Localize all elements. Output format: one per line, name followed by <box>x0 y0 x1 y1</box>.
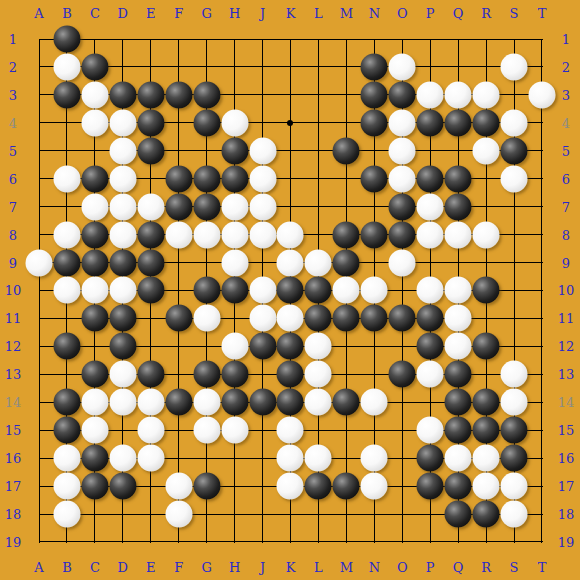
black-stone[interactable] <box>417 333 444 360</box>
black-stone[interactable] <box>193 277 220 304</box>
column-label-top: C <box>90 7 100 20</box>
grid-hline <box>39 541 543 542</box>
black-stone[interactable] <box>109 249 136 276</box>
white-stone[interactable] <box>109 137 136 164</box>
black-stone[interactable] <box>277 333 304 360</box>
white-stone[interactable] <box>221 249 248 276</box>
row-label-left: 18 <box>5 508 22 521</box>
white-stone[interactable] <box>277 221 304 248</box>
white-stone[interactable] <box>445 333 472 360</box>
white-stone[interactable] <box>361 445 388 472</box>
white-stone[interactable] <box>193 221 220 248</box>
black-stone[interactable] <box>81 361 108 388</box>
black-stone[interactable] <box>277 389 304 416</box>
white-stone[interactable] <box>445 305 472 332</box>
white-stone[interactable] <box>361 389 388 416</box>
column-label-bottom: L <box>314 561 323 574</box>
black-stone[interactable] <box>137 361 164 388</box>
white-stone[interactable] <box>501 53 528 80</box>
black-stone[interactable] <box>53 249 80 276</box>
white-stone[interactable] <box>81 389 108 416</box>
black-stone[interactable] <box>165 389 192 416</box>
white-stone[interactable] <box>389 53 416 80</box>
black-stone[interactable] <box>445 417 472 444</box>
white-stone[interactable] <box>249 193 276 220</box>
row-label-left: 11 <box>5 312 22 325</box>
black-stone[interactable] <box>81 165 108 192</box>
white-stone[interactable] <box>221 109 248 136</box>
column-label-top: G <box>201 7 211 20</box>
white-stone[interactable] <box>389 165 416 192</box>
column-label-bottom: D <box>118 561 128 574</box>
grid-vline <box>39 39 40 543</box>
column-label-top: L <box>314 7 323 20</box>
column-label-bottom: A <box>34 561 43 574</box>
white-stone[interactable] <box>109 193 136 220</box>
white-stone[interactable] <box>501 109 528 136</box>
black-stone[interactable] <box>193 109 220 136</box>
black-stone[interactable] <box>109 305 136 332</box>
column-label-bottom: E <box>146 561 156 574</box>
row-label-left: 4 <box>9 116 17 129</box>
black-stone[interactable] <box>501 417 528 444</box>
row-label-right: 15 <box>558 424 575 437</box>
row-label-left: 7 <box>9 200 17 213</box>
row-label-right: 13 <box>558 368 575 381</box>
white-stone[interactable] <box>81 277 108 304</box>
white-stone[interactable] <box>53 165 80 192</box>
black-stone[interactable] <box>473 277 500 304</box>
white-stone[interactable] <box>165 501 192 528</box>
black-stone[interactable] <box>389 305 416 332</box>
white-stone[interactable] <box>193 305 220 332</box>
row-label-right: 1 <box>562 33 570 46</box>
white-stone[interactable] <box>389 249 416 276</box>
row-label-left: 2 <box>9 60 17 73</box>
black-stone[interactable] <box>333 137 360 164</box>
black-stone[interactable] <box>417 445 444 472</box>
black-stone[interactable] <box>249 333 276 360</box>
black-stone[interactable] <box>165 165 192 192</box>
white-stone[interactable] <box>165 473 192 500</box>
white-stone[interactable] <box>473 137 500 164</box>
white-stone[interactable] <box>81 417 108 444</box>
black-stone[interactable] <box>445 389 472 416</box>
black-stone[interactable] <box>193 81 220 108</box>
white-stone[interactable] <box>361 277 388 304</box>
black-stone[interactable] <box>501 137 528 164</box>
row-label-right: 8 <box>562 228 570 241</box>
white-stone[interactable] <box>109 361 136 388</box>
black-stone[interactable] <box>361 305 388 332</box>
white-stone[interactable] <box>501 473 528 500</box>
grid-hline <box>39 66 543 67</box>
black-stone[interactable] <box>473 501 500 528</box>
white-stone[interactable] <box>221 193 248 220</box>
black-stone[interactable] <box>361 81 388 108</box>
grid-vline <box>541 39 542 543</box>
column-label-bottom: R <box>481 561 491 574</box>
white-stone[interactable] <box>137 389 164 416</box>
white-stone[interactable] <box>53 445 80 472</box>
white-stone[interactable] <box>53 473 80 500</box>
black-stone[interactable] <box>137 277 164 304</box>
white-stone[interactable] <box>305 333 332 360</box>
row-label-right: 7 <box>562 200 570 213</box>
black-stone[interactable] <box>305 473 332 500</box>
column-label-top: S <box>510 7 519 20</box>
column-label-bottom: Q <box>453 561 464 574</box>
white-stone[interactable] <box>81 81 108 108</box>
white-stone[interactable] <box>26 249 53 276</box>
row-label-left: 13 <box>5 368 22 381</box>
row-label-right: 9 <box>562 256 570 269</box>
column-label-bottom: N <box>369 561 380 574</box>
column-label-top: A <box>34 7 43 20</box>
black-stone[interactable] <box>81 305 108 332</box>
white-stone[interactable] <box>417 221 444 248</box>
star-point <box>287 120 293 126</box>
black-stone[interactable] <box>193 361 220 388</box>
black-stone[interactable] <box>53 26 80 53</box>
white-stone[interactable] <box>277 305 304 332</box>
black-stone[interactable] <box>417 165 444 192</box>
black-stone[interactable] <box>445 193 472 220</box>
column-label-top: D <box>118 7 128 20</box>
white-stone[interactable] <box>417 193 444 220</box>
black-stone[interactable] <box>501 445 528 472</box>
column-label-bottom: H <box>229 561 240 574</box>
black-stone[interactable] <box>109 473 136 500</box>
row-label-right: 19 <box>558 535 575 548</box>
white-stone[interactable] <box>193 389 220 416</box>
black-stone[interactable] <box>389 361 416 388</box>
row-label-right: 17 <box>558 480 575 493</box>
black-stone[interactable] <box>333 249 360 276</box>
column-label-top: J <box>260 7 265 20</box>
black-stone[interactable] <box>165 193 192 220</box>
row-label-left: 5 <box>9 144 17 157</box>
black-stone[interactable] <box>221 165 248 192</box>
white-stone[interactable] <box>277 417 304 444</box>
row-label-right: 18 <box>558 508 575 521</box>
white-stone[interactable] <box>53 277 80 304</box>
black-stone[interactable] <box>137 109 164 136</box>
white-stone[interactable] <box>277 249 304 276</box>
row-label-left: 9 <box>9 256 17 269</box>
white-stone[interactable] <box>109 221 136 248</box>
column-label-bottom: S <box>510 561 519 574</box>
column-label-top: Q <box>453 7 464 20</box>
column-label-bottom: J <box>260 561 265 574</box>
column-label-top: P <box>426 7 435 20</box>
column-label-top: N <box>369 7 380 20</box>
column-label-bottom: G <box>201 561 211 574</box>
white-stone[interactable] <box>53 221 80 248</box>
row-label-left: 8 <box>9 228 17 241</box>
white-stone[interactable] <box>109 165 136 192</box>
row-label-right: 5 <box>562 144 570 157</box>
white-stone[interactable] <box>109 445 136 472</box>
black-stone[interactable] <box>445 165 472 192</box>
column-label-bottom: F <box>174 561 183 574</box>
black-stone[interactable] <box>193 165 220 192</box>
white-stone[interactable] <box>249 137 276 164</box>
white-stone[interactable] <box>473 221 500 248</box>
white-stone[interactable] <box>501 361 528 388</box>
black-stone[interactable] <box>165 81 192 108</box>
white-stone[interactable] <box>417 361 444 388</box>
black-stone[interactable] <box>53 333 80 360</box>
black-stone[interactable] <box>137 81 164 108</box>
white-stone[interactable] <box>193 417 220 444</box>
white-stone[interactable] <box>501 389 528 416</box>
black-stone[interactable] <box>221 389 248 416</box>
row-label-left: 17 <box>5 480 22 493</box>
row-label-right: 11 <box>558 312 575 325</box>
black-stone[interactable] <box>137 137 164 164</box>
white-stone[interactable] <box>528 81 555 108</box>
grid-hline <box>39 39 543 40</box>
black-stone[interactable] <box>277 277 304 304</box>
black-stone[interactable] <box>473 417 500 444</box>
column-label-bottom: B <box>62 561 72 574</box>
black-stone[interactable] <box>53 389 80 416</box>
black-stone[interactable] <box>53 417 80 444</box>
row-label-right: 10 <box>558 284 575 297</box>
black-stone[interactable] <box>445 109 472 136</box>
column-label-top: O <box>397 7 408 20</box>
white-stone[interactable] <box>417 81 444 108</box>
white-stone[interactable] <box>249 221 276 248</box>
row-label-left: 3 <box>9 88 17 101</box>
white-stone[interactable] <box>221 333 248 360</box>
black-stone[interactable] <box>445 501 472 528</box>
column-label-bottom: C <box>90 561 100 574</box>
black-stone[interactable] <box>473 333 500 360</box>
row-label-left: 14 <box>5 396 22 409</box>
white-stone[interactable] <box>445 81 472 108</box>
black-stone[interactable] <box>445 361 472 388</box>
white-stone[interactable] <box>221 221 248 248</box>
white-stone[interactable] <box>501 165 528 192</box>
black-stone[interactable] <box>249 389 276 416</box>
white-stone[interactable] <box>165 221 192 248</box>
black-stone[interactable] <box>109 333 136 360</box>
white-stone[interactable] <box>53 53 80 80</box>
column-label-bottom: M <box>340 561 353 574</box>
row-label-left: 10 <box>5 284 22 297</box>
row-label-left: 16 <box>5 452 22 465</box>
row-label-left: 19 <box>5 535 22 548</box>
white-stone[interactable] <box>249 277 276 304</box>
black-stone[interactable] <box>53 81 80 108</box>
black-stone[interactable] <box>417 305 444 332</box>
black-stone[interactable] <box>137 249 164 276</box>
row-label-left: 6 <box>9 172 17 185</box>
white-stone[interactable] <box>417 277 444 304</box>
black-stone[interactable] <box>417 109 444 136</box>
black-stone[interactable] <box>361 53 388 80</box>
white-stone[interactable] <box>445 277 472 304</box>
column-label-top: R <box>481 7 491 20</box>
white-stone[interactable] <box>277 445 304 472</box>
white-stone[interactable] <box>137 445 164 472</box>
black-stone[interactable] <box>81 445 108 472</box>
row-label-right: 3 <box>562 88 570 101</box>
white-stone[interactable] <box>473 445 500 472</box>
black-stone[interactable] <box>333 473 360 500</box>
column-label-top: E <box>146 7 156 20</box>
column-label-top: M <box>340 7 353 20</box>
black-stone[interactable] <box>305 305 332 332</box>
black-stone[interactable] <box>473 109 500 136</box>
black-stone[interactable] <box>333 389 360 416</box>
column-label-top: F <box>174 7 183 20</box>
white-stone[interactable] <box>361 473 388 500</box>
row-label-right: 4 <box>562 116 570 129</box>
black-stone[interactable] <box>221 361 248 388</box>
black-stone[interactable] <box>165 305 192 332</box>
white-stone[interactable] <box>53 501 80 528</box>
white-stone[interactable] <box>389 137 416 164</box>
column-label-top: B <box>62 7 72 20</box>
row-label-right: 14 <box>558 396 575 409</box>
black-stone[interactable] <box>81 473 108 500</box>
white-stone[interactable] <box>501 501 528 528</box>
white-stone[interactable] <box>109 277 136 304</box>
black-stone[interactable] <box>81 221 108 248</box>
black-stone[interactable] <box>389 193 416 220</box>
row-label-left: 1 <box>9 33 17 46</box>
white-stone[interactable] <box>137 193 164 220</box>
row-label-right: 16 <box>558 452 575 465</box>
white-stone[interactable] <box>81 193 108 220</box>
column-label-top: K <box>286 7 296 20</box>
black-stone[interactable] <box>361 221 388 248</box>
black-stone[interactable] <box>417 473 444 500</box>
white-stone[interactable] <box>109 389 136 416</box>
grid-vline <box>178 39 179 543</box>
white-stone[interactable] <box>305 389 332 416</box>
column-label-bottom: T <box>538 561 547 574</box>
black-stone[interactable] <box>221 277 248 304</box>
white-stone[interactable] <box>81 109 108 136</box>
black-stone[interactable] <box>221 137 248 164</box>
white-stone[interactable] <box>445 445 472 472</box>
white-stone[interactable] <box>305 249 332 276</box>
row-label-left: 12 <box>5 340 22 353</box>
white-stone[interactable] <box>249 165 276 192</box>
column-label-top: H <box>229 7 240 20</box>
black-stone[interactable] <box>389 81 416 108</box>
column-label-top: T <box>538 7 547 20</box>
white-stone[interactable] <box>305 361 332 388</box>
black-stone[interactable] <box>193 193 220 220</box>
white-stone[interactable] <box>221 417 248 444</box>
white-stone[interactable] <box>417 417 444 444</box>
black-stone[interactable] <box>109 81 136 108</box>
black-stone[interactable] <box>333 305 360 332</box>
black-stone[interactable] <box>389 221 416 248</box>
white-stone[interactable] <box>137 417 164 444</box>
column-label-bottom: O <box>397 561 408 574</box>
row-label-right: 6 <box>562 172 570 185</box>
white-stone[interactable] <box>277 473 304 500</box>
white-stone[interactable] <box>445 221 472 248</box>
row-label-left: 15 <box>5 424 22 437</box>
white-stone[interactable] <box>473 81 500 108</box>
white-stone[interactable] <box>249 305 276 332</box>
go-board[interactable]: AABBCCDDEEFFGGHHJJKKLLMMNNOOPPQQRRSSTT11… <box>0 0 580 580</box>
black-stone[interactable] <box>277 361 304 388</box>
black-stone[interactable] <box>81 249 108 276</box>
black-stone[interactable] <box>333 221 360 248</box>
black-stone[interactable] <box>361 109 388 136</box>
black-stone[interactable] <box>305 277 332 304</box>
black-stone[interactable] <box>445 473 472 500</box>
black-stone[interactable] <box>361 165 388 192</box>
black-stone[interactable] <box>137 221 164 248</box>
row-label-right: 2 <box>562 60 570 73</box>
black-stone[interactable] <box>473 389 500 416</box>
row-label-right: 12 <box>558 340 575 353</box>
white-stone[interactable] <box>305 445 332 472</box>
white-stone[interactable] <box>333 277 360 304</box>
column-label-bottom: K <box>286 561 296 574</box>
black-stone[interactable] <box>81 53 108 80</box>
white-stone[interactable] <box>109 109 136 136</box>
column-label-bottom: P <box>426 561 435 574</box>
black-stone[interactable] <box>193 473 220 500</box>
white-stone[interactable] <box>473 473 500 500</box>
white-stone[interactable] <box>389 109 416 136</box>
